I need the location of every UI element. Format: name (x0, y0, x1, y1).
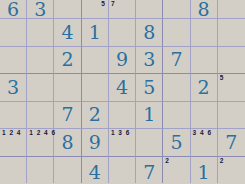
cell-r5c7[interactable] (163, 102, 190, 130)
digit: 7 (62, 105, 74, 124)
cell-r1c6[interactable] (136, 0, 163, 19)
cell-r1c9[interactable] (218, 0, 245, 19)
digit: 3 (34, 0, 46, 19)
cell-r3c4[interactable] (82, 47, 109, 75)
cell-r6c2[interactable]: 1 2 4 6 (27, 129, 54, 157)
digit: 2 (198, 78, 210, 97)
digit: 6 (7, 0, 19, 19)
digit: 1 (198, 157, 210, 182)
cell-r1c3[interactable] (54, 0, 81, 19)
cell-r6c1[interactable]: 1 2 4 (0, 129, 27, 157)
cell-r3c8[interactable] (191, 47, 218, 75)
cell-r7c9[interactable]: 2 (218, 157, 245, 184)
cell-r6c7[interactable]: 5 (163, 129, 190, 157)
cell-r3c9[interactable] (218, 47, 245, 75)
cell-r6c9[interactable]: 7 (218, 129, 245, 157)
cell-r4c3[interactable] (54, 74, 81, 102)
cell-r3c6[interactable]: 3 (136, 47, 163, 75)
cell-r5c4[interactable]: 2 (82, 102, 109, 130)
cell-r6c4[interactable]: 9 (82, 129, 109, 157)
cell-r1c5[interactable]: 7 (109, 0, 136, 19)
cell-r7c1[interactable] (0, 157, 27, 184)
cell-r3c7[interactable]: 7 (163, 47, 190, 75)
cell-r3c3[interactable]: 2 (54, 47, 81, 75)
digit: 2 (62, 50, 74, 69)
cell-r1c2[interactable]: 3 (27, 0, 54, 19)
pencil-marks: 5 (101, 1, 106, 8)
pencil-marks: 1 3 6 (111, 130, 130, 137)
cell-r5c5[interactable] (109, 102, 136, 130)
pencil-marks: 1 2 4 (2, 130, 21, 137)
cell-r7c6[interactable]: 7 (136, 157, 163, 184)
cell-r7c2[interactable] (27, 157, 54, 184)
digit: 3 (7, 78, 19, 97)
cell-r3c5[interactable]: 9 (109, 47, 136, 75)
cell-r1c7[interactable] (163, 0, 190, 19)
cell-r6c5[interactable]: 1 3 6 (109, 129, 136, 157)
pencil-marks: 2 (220, 158, 225, 165)
digit: 7 (225, 133, 237, 152)
digit: 5 (143, 78, 155, 97)
digit: 5 (170, 133, 182, 152)
cell-r2c3[interactable]: 4 (54, 19, 81, 47)
digit: 3 (143, 50, 155, 69)
cell-r6c6[interactable] (136, 129, 163, 157)
cell-r2c9[interactable] (218, 19, 245, 47)
cell-r5c1[interactable] (0, 102, 27, 130)
cell-r5c2[interactable] (27, 102, 54, 130)
digit: 9 (116, 50, 128, 69)
cell-r4c6[interactable]: 5 (136, 74, 163, 102)
cell-r1c8[interactable]: 8 (191, 0, 218, 19)
digit: 4 (62, 23, 74, 42)
digit: 1 (89, 23, 101, 42)
cell-r3c2[interactable] (27, 47, 54, 75)
cell-r4c1[interactable]: 3 (0, 74, 27, 102)
cell-r2c8[interactable] (191, 19, 218, 47)
cell-r7c4[interactable]: 4 (82, 157, 109, 184)
digit: 7 (170, 50, 182, 69)
cell-r5c6[interactable]: 1 (136, 102, 163, 130)
cell-r2c5[interactable] (109, 19, 136, 47)
digit: 4 (89, 157, 101, 182)
digit: 7 (143, 157, 155, 182)
digit: 8 (198, 0, 210, 19)
cell-r4c9[interactable]: 5 (218, 74, 245, 102)
cell-r7c8[interactable]: 1 (191, 157, 218, 184)
pencil-marks: 3 4 6 (193, 130, 212, 137)
cell-r7c7[interactable]: 2 (163, 157, 190, 184)
cell-r5c9[interactable] (218, 102, 245, 130)
cell-r4c2[interactable] (27, 74, 54, 102)
cell-r5c3[interactable]: 7 (54, 102, 81, 130)
cell-r4c8[interactable]: 2 (191, 74, 218, 102)
cell-r2c7[interactable] (163, 19, 190, 47)
cell-r3c1[interactable] (0, 47, 27, 75)
sudoku-board: 635784182937345257211 2 41 2 4 6891 3 65… (0, 0, 245, 183)
cell-r1c4[interactable]: 5 (82, 0, 109, 19)
cell-r4c7[interactable] (163, 74, 190, 102)
digit: 8 (62, 133, 74, 152)
cell-r2c4[interactable]: 1 (82, 19, 109, 47)
digit: 2 (89, 105, 101, 124)
cell-r6c8[interactable]: 3 4 6 (191, 129, 218, 157)
cell-r1c1[interactable]: 6 (0, 0, 27, 19)
digit: 1 (143, 105, 155, 124)
pencil-marks: 7 (111, 1, 116, 8)
digit: 9 (89, 133, 101, 152)
pencil-marks: 2 (165, 158, 170, 165)
pencil-marks: 5 (220, 75, 225, 82)
cell-r6c3[interactable]: 8 (54, 129, 81, 157)
cell-r7c5[interactable] (109, 157, 136, 184)
digit: 4 (116, 78, 128, 97)
cell-r2c6[interactable]: 8 (136, 19, 163, 47)
digit: 8 (143, 23, 155, 42)
cell-r2c2[interactable] (27, 19, 54, 47)
cell-r5c8[interactable] (191, 102, 218, 130)
cell-r4c4[interactable] (82, 74, 109, 102)
cell-r7c3[interactable] (54, 157, 81, 184)
cell-r2c1[interactable] (0, 19, 27, 47)
cell-r4c5[interactable]: 4 (109, 74, 136, 102)
pencil-marks: 1 2 4 6 (29, 130, 56, 137)
